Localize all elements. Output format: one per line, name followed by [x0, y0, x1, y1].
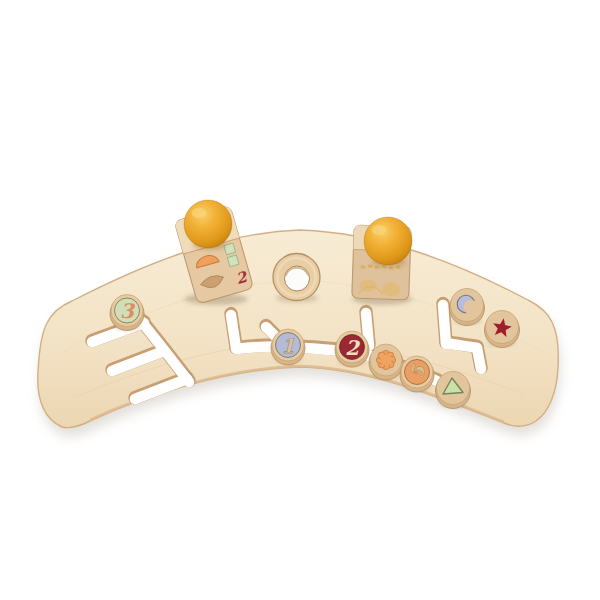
disc-2-numeral: 2: [345, 336, 361, 360]
disc-1: 1: [271, 329, 305, 365]
product-photo-stage: 2: [0, 0, 600, 600]
disc-triangle: [436, 372, 471, 409]
disc-1-numeral: 1: [281, 334, 295, 358]
ball-right: [364, 217, 412, 265]
disc-5: 5: [400, 356, 434, 392]
disc-3: 3: [110, 295, 144, 331]
window-print: [227, 255, 239, 267]
disc-star: [485, 311, 520, 348]
block-right: [352, 217, 412, 305]
disc-flower: [369, 344, 403, 380]
disc-2: 2: [335, 331, 369, 367]
disc-moon: [450, 289, 485, 326]
ball-left: [184, 200, 232, 248]
flower-icon: [376, 350, 395, 369]
disc-3-numeral: 3: [120, 299, 136, 323]
toy-illustration: 2: [0, 0, 600, 600]
